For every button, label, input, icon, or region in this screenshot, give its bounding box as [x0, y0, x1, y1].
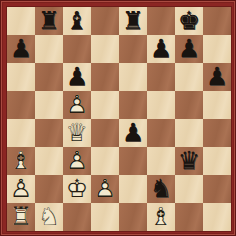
white-pawn-piece: ♙ [63, 147, 91, 175]
black-pawn-piece: ♟ [175, 35, 203, 63]
square-a2[interactable]: ♟♙ [7, 175, 35, 203]
white-pawn-piece-fill: ♟ [63, 147, 91, 175]
square-e7[interactable] [119, 35, 147, 63]
square-b3[interactable] [35, 147, 63, 175]
square-g8[interactable]: ♚ [175, 7, 203, 35]
square-h5[interactable] [203, 91, 231, 119]
white-pawn-piece: ♙ [63, 91, 91, 119]
square-h4[interactable] [203, 119, 231, 147]
square-a8[interactable] [7, 7, 35, 35]
square-g1[interactable] [175, 203, 203, 231]
black-rook-piece: ♜ [119, 7, 147, 35]
black-pawn-piece: ♟ [119, 119, 147, 147]
white-pawn-piece: ♙ [7, 175, 35, 203]
square-e3[interactable] [119, 147, 147, 175]
white-queen-piece-fill: ♛ [63, 119, 91, 147]
white-rook-piece: ♖ [7, 203, 35, 231]
black-pawn-piece: ♟ [63, 63, 91, 91]
square-f6[interactable] [147, 63, 175, 91]
square-b6[interactable] [35, 63, 63, 91]
square-c4[interactable]: ♛♕ [63, 119, 91, 147]
square-e4[interactable]: ♟ [119, 119, 147, 147]
square-h8[interactable] [203, 7, 231, 35]
square-f2[interactable]: ♞ [147, 175, 175, 203]
square-f1[interactable]: ♝♗ [147, 203, 175, 231]
square-d2[interactable]: ♟♙ [91, 175, 119, 203]
square-b2[interactable] [35, 175, 63, 203]
square-h2[interactable] [203, 175, 231, 203]
black-knight-piece: ♞ [147, 175, 175, 203]
black-pawn-piece: ♟ [203, 63, 231, 91]
white-knight-piece-fill: ♞ [35, 203, 63, 231]
square-g5[interactable] [175, 91, 203, 119]
white-knight-piece: ♘ [35, 203, 63, 231]
square-e5[interactable] [119, 91, 147, 119]
square-b7[interactable] [35, 35, 63, 63]
square-f3[interactable] [147, 147, 175, 175]
square-c3[interactable]: ♟♙ [63, 147, 91, 175]
square-c8[interactable]: ♝ [63, 7, 91, 35]
black-pawn-piece: ♟ [147, 35, 175, 63]
square-c7[interactable] [63, 35, 91, 63]
square-g3[interactable]: ♛ [175, 147, 203, 175]
square-e6[interactable] [119, 63, 147, 91]
square-h6[interactable]: ♟ [203, 63, 231, 91]
white-king-piece: ♔ [63, 175, 91, 203]
white-bishop-piece: ♗ [147, 203, 175, 231]
square-g4[interactable] [175, 119, 203, 147]
white-pawn-piece: ♙ [91, 175, 119, 203]
square-c1[interactable] [63, 203, 91, 231]
black-queen-piece: ♛ [175, 147, 203, 175]
square-f8[interactable] [147, 7, 175, 35]
black-rook-piece: ♜ [35, 7, 63, 35]
white-pawn-piece-fill: ♟ [63, 91, 91, 119]
square-g2[interactable] [175, 175, 203, 203]
square-e2[interactable] [119, 175, 147, 203]
square-d6[interactable] [91, 63, 119, 91]
square-a7[interactable]: ♟ [7, 35, 35, 63]
square-b4[interactable] [35, 119, 63, 147]
square-c2[interactable]: ♚♔ [63, 175, 91, 203]
square-f7[interactable]: ♟ [147, 35, 175, 63]
square-a4[interactable] [7, 119, 35, 147]
white-bishop-piece: ♗ [7, 147, 35, 175]
square-a5[interactable] [7, 91, 35, 119]
square-h3[interactable] [203, 147, 231, 175]
square-a6[interactable] [7, 63, 35, 91]
black-king-piece: ♚ [175, 7, 203, 35]
square-d5[interactable] [91, 91, 119, 119]
square-b5[interactable] [35, 91, 63, 119]
square-e8[interactable]: ♜ [119, 7, 147, 35]
square-f4[interactable] [147, 119, 175, 147]
white-rook-piece-fill: ♜ [7, 203, 35, 231]
square-h7[interactable] [203, 35, 231, 63]
white-bishop-piece-fill: ♝ [147, 203, 175, 231]
square-c5[interactable]: ♟♙ [63, 91, 91, 119]
square-a1[interactable]: ♜♖ [7, 203, 35, 231]
chess-board-grid: ♜♝♜♚♟♟♟♟♟♟♙♛♕♟♝♗♟♙♛♟♙♚♔♟♙♞♜♖♞♘♝♗ [7, 7, 231, 231]
square-c6[interactable]: ♟ [63, 63, 91, 91]
square-g7[interactable]: ♟ [175, 35, 203, 63]
square-e1[interactable] [119, 203, 147, 231]
white-bishop-piece-fill: ♝ [7, 147, 35, 175]
black-pawn-piece: ♟ [7, 35, 35, 63]
square-b8[interactable]: ♜ [35, 7, 63, 35]
white-queen-piece: ♕ [63, 119, 91, 147]
white-pawn-piece-fill: ♟ [7, 175, 35, 203]
square-b1[interactable]: ♞♘ [35, 203, 63, 231]
square-d4[interactable] [91, 119, 119, 147]
square-d7[interactable] [91, 35, 119, 63]
square-d1[interactable] [91, 203, 119, 231]
square-a3[interactable]: ♝♗ [7, 147, 35, 175]
square-h1[interactable] [203, 203, 231, 231]
square-d3[interactable] [91, 147, 119, 175]
black-bishop-piece: ♝ [63, 7, 91, 35]
white-pawn-piece-fill: ♟ [91, 175, 119, 203]
chess-board-frame: ♜♝♜♚♟♟♟♟♟♟♙♛♕♟♝♗♟♙♛♟♙♚♔♟♙♞♜♖♞♘♝♗ [0, 0, 236, 236]
square-d8[interactable] [91, 7, 119, 35]
square-g6[interactable] [175, 63, 203, 91]
square-f5[interactable] [147, 91, 175, 119]
white-king-piece-fill: ♚ [63, 175, 91, 203]
